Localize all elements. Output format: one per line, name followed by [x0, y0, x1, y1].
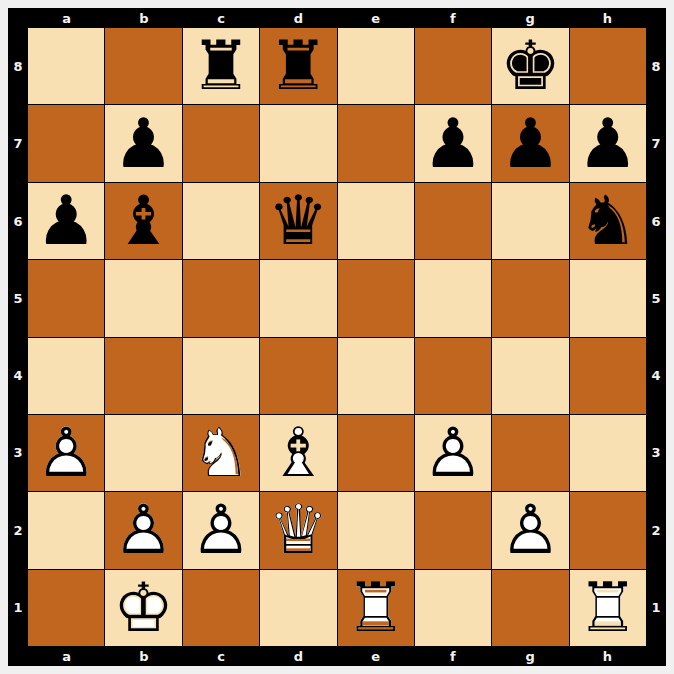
file-labels-bottom: abcdefgh — [28, 646, 646, 666]
square-d7[interactable] — [260, 105, 336, 181]
black-pawn-glyph: ♟ — [415, 105, 491, 181]
coordinate-label-2: 2 — [646, 492, 666, 569]
square-h3[interactable] — [570, 415, 646, 491]
coordinate-label-2: 2 — [8, 492, 28, 569]
square-f7[interactable]: ♟ — [415, 105, 491, 181]
square-e2[interactable] — [338, 492, 414, 568]
square-g4[interactable] — [492, 338, 568, 414]
coordinate-label-d: d — [260, 646, 337, 666]
piece-white-pawn[interactable]: ♟♙ — [415, 415, 491, 491]
piece-black-knight[interactable]: ♞ — [570, 183, 646, 259]
square-d2[interactable]: ♛♕ — [260, 492, 336, 568]
piece-white-queen[interactable]: ♛♕ — [260, 492, 336, 568]
square-g7[interactable]: ♟ — [492, 105, 568, 181]
black-rook-glyph: ♜ — [260, 28, 336, 104]
square-h8[interactable] — [570, 28, 646, 104]
coordinate-label-b: b — [105, 8, 182, 28]
black-queen-glyph: ♛ — [260, 183, 336, 259]
square-c5[interactable] — [183, 260, 259, 336]
square-a8[interactable] — [28, 28, 104, 104]
square-a4[interactable] — [28, 338, 104, 414]
square-g8[interactable]: ♚ — [492, 28, 568, 104]
square-e5[interactable] — [338, 260, 414, 336]
piece-white-pawn[interactable]: ♟♙ — [28, 415, 104, 491]
piece-black-pawn[interactable]: ♟ — [28, 183, 104, 259]
square-h5[interactable] — [570, 260, 646, 336]
black-bishop-glyph: ♝ — [105, 183, 181, 259]
coordinate-label-4: 4 — [646, 337, 666, 414]
coordinate-label-6: 6 — [8, 183, 28, 260]
square-e7[interactable] — [338, 105, 414, 181]
coordinate-label-c: c — [183, 8, 260, 28]
square-f4[interactable] — [415, 338, 491, 414]
square-g2[interactable]: ♟♙ — [492, 492, 568, 568]
coordinate-label-4: 4 — [8, 337, 28, 414]
white-pawn-outline-glyph: ♙ — [28, 415, 104, 491]
square-e3[interactable] — [338, 415, 414, 491]
black-rook-glyph: ♜ — [183, 28, 259, 104]
square-c6[interactable] — [183, 183, 259, 259]
square-f5[interactable] — [415, 260, 491, 336]
coordinate-label-g: g — [492, 646, 569, 666]
square-e1[interactable]: ♜♖ — [338, 570, 414, 646]
piece-black-pawn[interactable]: ♟ — [492, 105, 568, 181]
coordinate-label-c: c — [183, 646, 260, 666]
coordinate-label-7: 7 — [646, 105, 666, 182]
black-knight-glyph: ♞ — [570, 183, 646, 259]
white-rook-outline-glyph: ♖ — [338, 570, 414, 646]
white-pawn-outline-glyph: ♙ — [492, 492, 568, 568]
coordinate-label-5: 5 — [8, 260, 28, 337]
coordinate-label-f: f — [414, 8, 491, 28]
square-h2[interactable] — [570, 492, 646, 568]
coordinate-label-h: h — [569, 8, 646, 28]
piece-black-rook[interactable]: ♜ — [260, 28, 336, 104]
coordinate-label-f: f — [414, 646, 491, 666]
coordinate-label-3: 3 — [646, 414, 666, 491]
white-rook-outline-glyph: ♖ — [570, 570, 646, 646]
chess-board: ♜♜♚♟♟♟♟♟♝♛♞♟♙♞♘♝♗♟♙♟♙♟♙♛♕♟♙♚♔♜♖♜♖ — [28, 28, 646, 646]
white-pawn-outline-glyph: ♙ — [183, 492, 259, 568]
piece-black-pawn[interactable]: ♟ — [105, 105, 181, 181]
black-pawn-glyph: ♟ — [570, 105, 646, 181]
piece-white-rook[interactable]: ♜♖ — [338, 570, 414, 646]
square-d1[interactable] — [260, 570, 336, 646]
piece-white-rook[interactable]: ♜♖ — [570, 570, 646, 646]
board-frame: abcdefgh abcdefgh 87654321 87654321 ♜♜♚♟… — [8, 8, 666, 666]
black-pawn-glyph: ♟ — [28, 183, 104, 259]
white-pawn-outline-glyph: ♙ — [105, 492, 181, 568]
piece-white-knight[interactable]: ♞♘ — [183, 415, 259, 491]
file-labels-top: abcdefgh — [28, 8, 646, 28]
square-d6[interactable]: ♛ — [260, 183, 336, 259]
coordinate-label-5: 5 — [646, 260, 666, 337]
square-h4[interactable] — [570, 338, 646, 414]
square-f2[interactable] — [415, 492, 491, 568]
white-bishop-outline-glyph: ♗ — [260, 415, 336, 491]
square-b1[interactable]: ♚♔ — [105, 570, 181, 646]
square-e4[interactable] — [338, 338, 414, 414]
white-queen-outline-glyph: ♕ — [260, 492, 336, 568]
white-pawn-outline-glyph: ♙ — [415, 415, 491, 491]
piece-white-pawn[interactable]: ♟♙ — [105, 492, 181, 568]
coordinate-label-1: 1 — [646, 569, 666, 646]
square-a3[interactable]: ♟♙ — [28, 415, 104, 491]
piece-white-king[interactable]: ♚♔ — [105, 570, 181, 646]
coordinate-label-g: g — [492, 8, 569, 28]
coordinate-label-6: 6 — [646, 183, 666, 260]
square-a6[interactable]: ♟ — [28, 183, 104, 259]
piece-black-bishop[interactable]: ♝ — [105, 183, 181, 259]
coordinate-label-b: b — [105, 646, 182, 666]
square-e6[interactable] — [338, 183, 414, 259]
black-king-glyph: ♚ — [492, 28, 568, 104]
square-a1[interactable] — [28, 570, 104, 646]
piece-white-pawn[interactable]: ♟♙ — [183, 492, 259, 568]
white-king-outline-glyph: ♔ — [105, 570, 181, 646]
square-b3[interactable] — [105, 415, 181, 491]
square-e8[interactable] — [338, 28, 414, 104]
coordinate-label-7: 7 — [8, 105, 28, 182]
square-b7[interactable]: ♟ — [105, 105, 181, 181]
coordinate-label-e: e — [337, 646, 414, 666]
square-a7[interactable] — [28, 105, 104, 181]
square-f8[interactable] — [415, 28, 491, 104]
coordinate-label-8: 8 — [8, 28, 28, 105]
piece-white-bishop[interactable]: ♝♗ — [260, 415, 336, 491]
square-b2[interactable]: ♟♙ — [105, 492, 181, 568]
square-d5[interactable] — [260, 260, 336, 336]
square-b5[interactable] — [105, 260, 181, 336]
square-g6[interactable] — [492, 183, 568, 259]
black-pawn-glyph: ♟ — [105, 105, 181, 181]
coordinate-label-8: 8 — [646, 28, 666, 105]
coordinate-label-a: a — [28, 646, 105, 666]
rank-labels-left: 87654321 — [8, 28, 28, 646]
coordinate-label-1: 1 — [8, 569, 28, 646]
square-h7[interactable]: ♟ — [570, 105, 646, 181]
coordinate-label-e: e — [337, 8, 414, 28]
square-a5[interactable] — [28, 260, 104, 336]
square-c8[interactable]: ♜ — [183, 28, 259, 104]
square-b6[interactable]: ♝ — [105, 183, 181, 259]
square-f6[interactable] — [415, 183, 491, 259]
piece-black-pawn[interactable]: ♟ — [570, 105, 646, 181]
square-c2[interactable]: ♟♙ — [183, 492, 259, 568]
square-d3[interactable]: ♝♗ — [260, 415, 336, 491]
page-background: { "game": "chess", "position": { "fen": … — [0, 0, 674, 674]
square-f3[interactable]: ♟♙ — [415, 415, 491, 491]
piece-black-pawn[interactable]: ♟ — [415, 105, 491, 181]
square-h6[interactable]: ♞ — [570, 183, 646, 259]
square-f1[interactable] — [415, 570, 491, 646]
black-pawn-glyph: ♟ — [492, 105, 568, 181]
piece-white-pawn[interactable]: ♟♙ — [492, 492, 568, 568]
coordinate-label-d: d — [260, 8, 337, 28]
piece-black-king[interactable]: ♚ — [492, 28, 568, 104]
piece-black-rook[interactable]: ♜ — [183, 28, 259, 104]
square-b4[interactable] — [105, 338, 181, 414]
square-d4[interactable] — [260, 338, 336, 414]
square-h1[interactable]: ♜♖ — [570, 570, 646, 646]
square-g5[interactable] — [492, 260, 568, 336]
coordinate-label-3: 3 — [8, 414, 28, 491]
white-knight-outline-glyph: ♘ — [183, 415, 259, 491]
coordinate-label-h: h — [569, 646, 646, 666]
square-g3[interactable] — [492, 415, 568, 491]
square-c7[interactable] — [183, 105, 259, 181]
square-c4[interactable] — [183, 338, 259, 414]
square-g1[interactable] — [492, 570, 568, 646]
rank-labels-right: 87654321 — [646, 28, 666, 646]
square-b8[interactable] — [105, 28, 181, 104]
square-d8[interactable]: ♜ — [260, 28, 336, 104]
coordinate-label-a: a — [28, 8, 105, 28]
piece-black-queen[interactable]: ♛ — [260, 183, 336, 259]
square-c1[interactable] — [183, 570, 259, 646]
square-a2[interactable] — [28, 492, 104, 568]
square-c3[interactable]: ♞♘ — [183, 415, 259, 491]
